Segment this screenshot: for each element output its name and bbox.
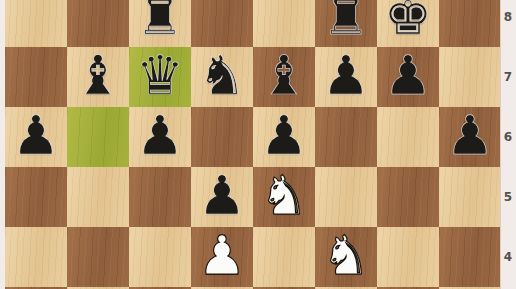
black-rook-c8[interactable]: ♜ bbox=[136, 0, 184, 43]
square-f8[interactable]: ♜ bbox=[315, 0, 377, 47]
square-e4[interactable] bbox=[253, 227, 315, 287]
square-e5[interactable]: ♞ bbox=[253, 167, 315, 227]
black-pawn-g7[interactable]: ♟ bbox=[384, 49, 432, 103]
square-c4[interactable] bbox=[129, 227, 191, 287]
square-e7[interactable]: ♝ bbox=[253, 47, 315, 107]
square-a5[interactable] bbox=[5, 167, 67, 227]
square-c7[interactable]: ♛ bbox=[129, 47, 191, 107]
rank-label-6: 6 bbox=[502, 130, 514, 144]
square-g5[interactable] bbox=[377, 167, 439, 227]
square-e6[interactable]: ♟ bbox=[253, 107, 315, 167]
chess-board: ♜♜♚♝♛♞♝♟♟♟♟♟♟♟♞♟♞ bbox=[5, 0, 501, 289]
square-c8[interactable]: ♜ bbox=[129, 0, 191, 47]
white-pawn-d4[interactable]: ♟ bbox=[198, 229, 246, 283]
black-bishop-e7[interactable]: ♝ bbox=[260, 49, 308, 103]
square-a7[interactable] bbox=[5, 47, 67, 107]
square-d8[interactable] bbox=[191, 0, 253, 47]
square-g4[interactable] bbox=[377, 227, 439, 287]
square-f7[interactable]: ♟ bbox=[315, 47, 377, 107]
black-rook-f8[interactable]: ♜ bbox=[322, 0, 370, 43]
rank-label-7: 7 bbox=[502, 70, 514, 84]
square-d6[interactable] bbox=[191, 107, 253, 167]
square-f4[interactable]: ♞ bbox=[315, 227, 377, 287]
square-h8[interactable] bbox=[439, 0, 501, 47]
black-pawn-d5[interactable]: ♟ bbox=[198, 169, 246, 223]
square-g6[interactable] bbox=[377, 107, 439, 167]
square-h7[interactable] bbox=[439, 47, 501, 107]
black-king-g8[interactable]: ♚ bbox=[384, 0, 432, 43]
rank-label-8: 8 bbox=[502, 10, 514, 24]
square-c6[interactable]: ♟ bbox=[129, 107, 191, 167]
square-h4[interactable] bbox=[439, 227, 501, 287]
black-queen-c7[interactable]: ♛ bbox=[136, 49, 184, 103]
white-knight-f4[interactable]: ♞ bbox=[322, 229, 370, 283]
black-pawn-f7[interactable]: ♟ bbox=[322, 49, 370, 103]
square-f6[interactable] bbox=[315, 107, 377, 167]
rank-label-5: 5 bbox=[502, 190, 514, 204]
chess-board-screenshot: ♜♜♚♝♛♞♝♟♟♟♟♟♟♟♞♟♞ 87654 bbox=[0, 0, 516, 289]
square-b5[interactable] bbox=[67, 167, 129, 227]
white-knight-e5[interactable]: ♞ bbox=[260, 169, 308, 223]
square-b6[interactable] bbox=[67, 107, 129, 167]
square-d4[interactable]: ♟ bbox=[191, 227, 253, 287]
square-a4[interactable] bbox=[5, 227, 67, 287]
black-bishop-b7[interactable]: ♝ bbox=[74, 49, 122, 103]
square-b4[interactable] bbox=[67, 227, 129, 287]
square-a8[interactable] bbox=[5, 0, 67, 47]
square-b8[interactable] bbox=[67, 0, 129, 47]
square-d5[interactable]: ♟ bbox=[191, 167, 253, 227]
square-h5[interactable] bbox=[439, 167, 501, 227]
square-f5[interactable] bbox=[315, 167, 377, 227]
square-e8[interactable] bbox=[253, 0, 315, 47]
square-d7[interactable]: ♞ bbox=[191, 47, 253, 107]
rank-label-gutter: 87654 bbox=[500, 0, 516, 289]
black-pawn-a6[interactable]: ♟ bbox=[12, 109, 60, 163]
square-g8[interactable]: ♚ bbox=[377, 0, 439, 47]
square-a6[interactable]: ♟ bbox=[5, 107, 67, 167]
black-pawn-e6[interactable]: ♟ bbox=[260, 109, 308, 163]
square-b7[interactable]: ♝ bbox=[67, 47, 129, 107]
black-pawn-c6[interactable]: ♟ bbox=[136, 109, 184, 163]
black-pawn-h6[interactable]: ♟ bbox=[446, 109, 494, 163]
rank-label-4: 4 bbox=[502, 250, 514, 264]
square-c5[interactable] bbox=[129, 167, 191, 227]
square-g7[interactable]: ♟ bbox=[377, 47, 439, 107]
black-knight-d7[interactable]: ♞ bbox=[198, 49, 246, 103]
square-h6[interactable]: ♟ bbox=[439, 107, 501, 167]
